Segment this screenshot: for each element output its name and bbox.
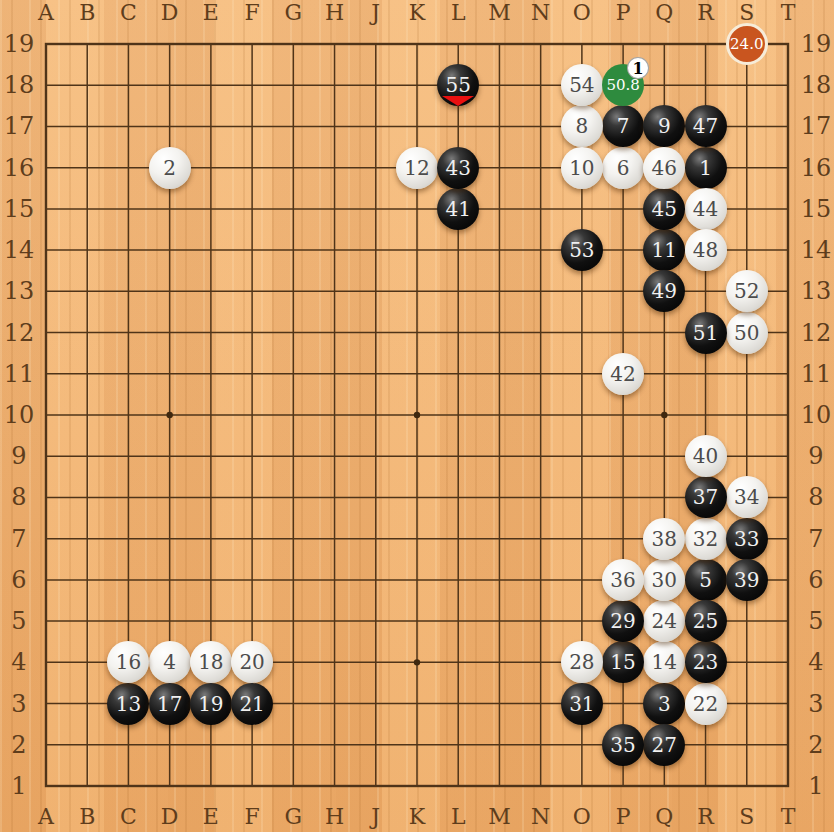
coord-label: 9 (808, 444, 823, 468)
stone-number: 30 (652, 568, 677, 592)
coord-label: H (325, 2, 344, 24)
suggestion-value: 24.0 (730, 35, 763, 53)
stone-number: 38 (652, 527, 677, 551)
coord-label: 14 (801, 238, 832, 262)
coord-label: D (161, 806, 179, 828)
stone-black-5: 5 (685, 559, 727, 601)
stone-number: 48 (693, 238, 718, 262)
stone-number: 12 (404, 156, 429, 180)
stone-number: 28 (569, 650, 594, 674)
stone-white-42: 42 (602, 353, 644, 395)
coord-label: P (616, 806, 631, 828)
coord-label: K (409, 2, 425, 24)
stone-black-51: 51 (685, 312, 727, 354)
stone-number: 10 (569, 156, 594, 180)
coord-label: 4 (808, 650, 823, 674)
coord-label: 13 (4, 279, 35, 303)
coord-label: 5 (11, 609, 26, 633)
stone-number: 43 (445, 156, 470, 180)
coord-label: 9 (11, 444, 26, 468)
coord-label: H (325, 806, 344, 828)
stone-number: 49 (652, 279, 677, 303)
coord-label: 13 (801, 279, 832, 303)
stone-black-35: 35 (602, 724, 644, 766)
stone-number: 39 (734, 568, 759, 592)
coord-label: R (697, 806, 714, 828)
stone-number: 5 (699, 568, 712, 592)
coord-label: 2 (808, 733, 823, 757)
stone-number: 13 (116, 692, 141, 716)
coord-label: Q (655, 2, 673, 24)
coord-label: 16 (4, 156, 35, 180)
stone-number: 51 (693, 321, 718, 345)
stone-number: 3 (658, 692, 671, 716)
stone-number: 8 (576, 114, 589, 138)
stone-number: 31 (569, 692, 594, 716)
stone-number: 44 (693, 197, 718, 221)
stone-number: 36 (610, 568, 635, 592)
coord-label: D (161, 2, 179, 24)
coord-label: S (739, 806, 754, 828)
stone-number: 25 (693, 609, 718, 633)
stone-black-45: 45 (643, 188, 685, 230)
coord-label: E (203, 2, 219, 24)
coord-label: Q (655, 806, 673, 828)
stone-black-33: 33 (726, 518, 768, 560)
coord-label: O (573, 806, 591, 828)
coord-label: S (739, 2, 754, 24)
coord-label: R (697, 2, 714, 24)
stone-white-54: 54 (561, 64, 603, 106)
stone-number: 4 (163, 650, 176, 674)
coord-label: N (531, 806, 550, 828)
coord-label: 11 (4, 362, 35, 386)
coord-label: F (244, 2, 259, 24)
stone-number: 33 (734, 527, 759, 551)
coord-label: 19 (801, 32, 832, 56)
stone-number: 32 (693, 527, 718, 551)
stone-black-25: 25 (685, 600, 727, 642)
coord-label: J (371, 2, 380, 24)
stone-white-44: 44 (685, 188, 727, 230)
stone-white-6: 6 (602, 147, 644, 189)
stone-black-53: 53 (561, 229, 603, 271)
stone-number: 2 (163, 156, 176, 180)
coord-label: M (488, 2, 511, 24)
stone-number: 47 (693, 114, 718, 138)
coord-label: 18 (801, 73, 832, 97)
suggested-move-best[interactable]: 50.81 (602, 64, 644, 106)
stone-black-43: 43 (437, 147, 479, 189)
coord-label: 1 (11, 774, 26, 798)
coord-label: 7 (808, 527, 823, 551)
stone-number: 46 (652, 156, 677, 180)
star-point (414, 659, 420, 665)
coord-label: 16 (801, 156, 832, 180)
stone-white-18: 18 (190, 641, 232, 683)
coord-label: 8 (808, 485, 823, 509)
coord-label: B (79, 806, 95, 828)
stone-black-29: 29 (602, 600, 644, 642)
coord-label: G (285, 806, 303, 828)
coord-label: 1 (808, 774, 823, 798)
stone-black-39: 39 (726, 559, 768, 601)
stone-number: 29 (610, 609, 635, 633)
coord-label: B (79, 2, 95, 24)
coord-label: 3 (11, 692, 26, 716)
stone-black-3: 3 (643, 683, 685, 725)
coord-label: T (781, 806, 796, 828)
stone-number: 50 (734, 321, 759, 345)
stone-black-27: 27 (643, 724, 685, 766)
coord-label: A (38, 806, 54, 828)
go-board[interactable]: AABBCCDDEEFFGGHHJJKKLLMMNNOOPPQQRRSSTT19… (0, 0, 834, 832)
stone-number: 40 (693, 444, 718, 468)
coord-label: 10 (801, 403, 832, 427)
coord-label: L (451, 2, 466, 24)
stone-black-37: 37 (685, 476, 727, 518)
stone-white-22: 22 (685, 683, 727, 725)
stone-black-47: 47 (685, 105, 727, 147)
stone-number: 14 (652, 650, 677, 674)
coord-label: 17 (801, 114, 832, 138)
coord-label: F (244, 806, 259, 828)
coord-label: 3 (808, 692, 823, 716)
stone-white-52: 52 (726, 270, 768, 312)
coord-label: 18 (4, 73, 35, 97)
stone-white-2: 2 (149, 147, 191, 189)
stone-white-32: 32 (685, 518, 727, 560)
coord-label: 6 (11, 568, 26, 592)
coord-label: 2 (11, 733, 26, 757)
stone-number: 22 (693, 692, 718, 716)
star-point (414, 412, 420, 418)
coord-label: E (203, 806, 219, 828)
stone-number: 16 (116, 650, 141, 674)
suggested-move-candidate[interactable]: 24.0 (726, 23, 768, 65)
coord-label: 19 (4, 32, 35, 56)
stone-white-38: 38 (643, 518, 685, 560)
stone-black-23: 23 (685, 641, 727, 683)
stone-number: 20 (239, 650, 264, 674)
coord-label: 7 (11, 527, 26, 551)
stone-number: 24 (652, 609, 677, 633)
stone-number: 7 (617, 114, 630, 138)
coord-label: N (531, 2, 550, 24)
stone-number: 37 (693, 485, 718, 509)
stone-number: 27 (652, 733, 677, 757)
coord-label: G (285, 2, 303, 24)
coord-label: K (409, 806, 425, 828)
stone-number: 42 (610, 362, 635, 386)
stone-white-40: 40 (685, 435, 727, 477)
stone-white-8: 8 (561, 105, 603, 147)
coord-label: 8 (11, 485, 26, 509)
coord-label: C (120, 2, 137, 24)
stone-black-1: 1 (685, 147, 727, 189)
coord-label: P (616, 2, 631, 24)
coord-label: 10 (4, 403, 35, 427)
stone-number: 9 (658, 114, 671, 138)
stone-number: 17 (157, 692, 182, 716)
stone-number: 52 (734, 279, 759, 303)
coord-label: C (120, 806, 137, 828)
stone-number: 53 (569, 238, 594, 262)
stone-black-21: 21 (231, 683, 273, 725)
stone-white-28: 28 (561, 641, 603, 683)
stone-white-50: 50 (726, 312, 768, 354)
coord-label: A (38, 2, 54, 24)
stone-number: 41 (445, 197, 470, 221)
coord-label: T (781, 2, 796, 24)
stone-white-36: 36 (602, 559, 644, 601)
star-point (166, 412, 172, 418)
stone-white-48: 48 (685, 229, 727, 271)
coord-label: 4 (11, 650, 26, 674)
star-point (661, 412, 667, 418)
stone-number: 6 (617, 156, 630, 180)
coord-label: 15 (801, 197, 832, 221)
stone-white-12: 12 (396, 147, 438, 189)
stone-black-31: 31 (561, 683, 603, 725)
stone-black-13: 13 (107, 683, 149, 725)
coord-label: M (488, 806, 511, 828)
stone-black-41: 41 (437, 188, 479, 230)
coord-label: 5 (808, 609, 823, 633)
stone-number: 54 (569, 73, 594, 97)
stone-number: 34 (734, 485, 759, 509)
stone-number: 55 (445, 73, 470, 97)
stone-white-10: 10 (561, 147, 603, 189)
stone-black-17: 17 (149, 683, 191, 725)
suggestion-value: 50.8 (606, 76, 639, 94)
stone-white-34: 34 (726, 476, 768, 518)
coord-label: 12 (4, 321, 35, 345)
stone-number: 11 (652, 238, 677, 262)
stone-number: 35 (610, 733, 635, 757)
stone-white-4: 4 (149, 641, 191, 683)
stone-number: 21 (239, 692, 264, 716)
coord-label: O (573, 2, 591, 24)
stone-number: 23 (693, 650, 718, 674)
stone-number: 15 (610, 650, 635, 674)
coord-label: 12 (801, 321, 832, 345)
stone-black-19: 19 (190, 683, 232, 725)
stone-number: 18 (198, 650, 223, 674)
stone-number: 19 (198, 692, 223, 716)
stone-white-30: 30 (643, 559, 685, 601)
coord-label: 17 (4, 114, 35, 138)
coord-label: 11 (801, 362, 832, 386)
stone-number: 1 (699, 156, 712, 180)
coord-label: 14 (4, 238, 35, 262)
coord-label: 6 (808, 568, 823, 592)
coord-label: J (371, 806, 380, 828)
coord-label: L (451, 806, 466, 828)
stone-number: 45 (652, 197, 677, 221)
stone-white-46: 46 (643, 147, 685, 189)
coord-label: 15 (4, 197, 35, 221)
